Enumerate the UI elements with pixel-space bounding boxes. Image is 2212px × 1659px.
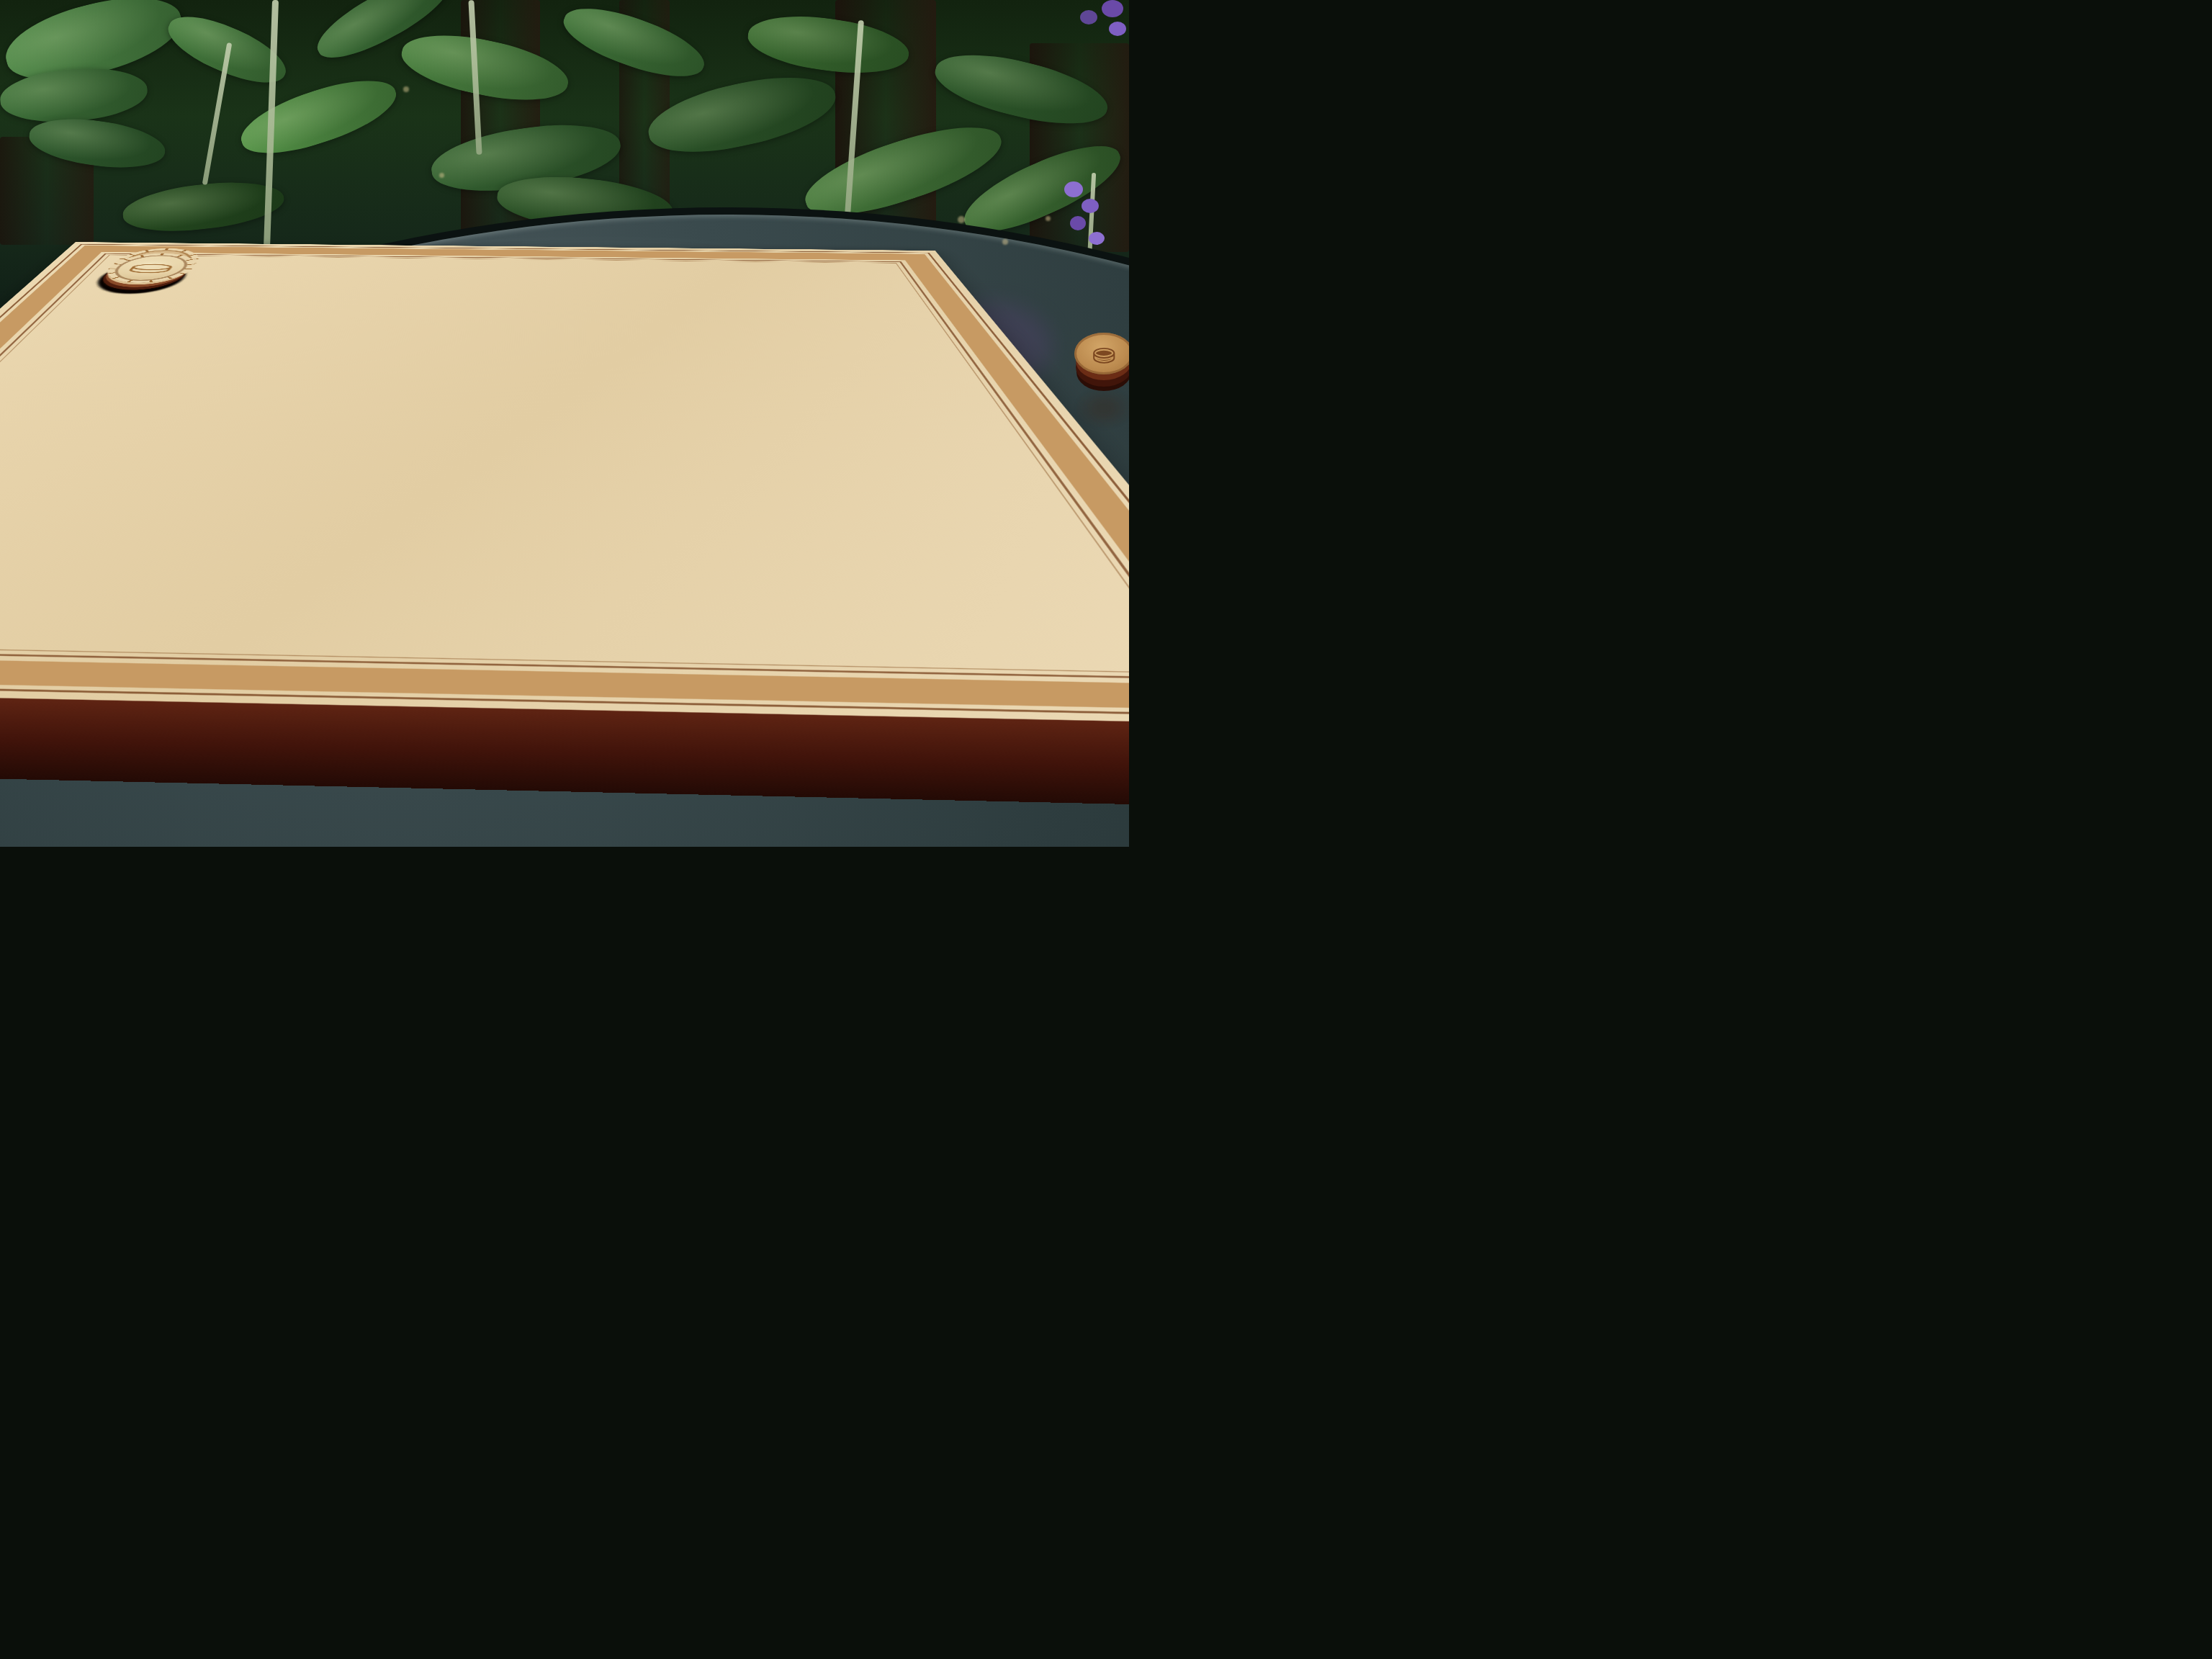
garden-checkers-photo: ⛂⛂⛂⛂⛂⛂⛂⛂⛂⛂⛁⛂⛀⛀⛀⛀⛀ ⛂ xyxy=(0,0,1129,847)
piece-glyph: ⛀ xyxy=(121,259,180,276)
light-man[interactable]: ⛀ xyxy=(95,253,204,283)
checkers-board: ⛂⛂⛂⛂⛂⛂⛂⛂⛂⛂⛁⛂⛀⛀⛀⛀⛀ xyxy=(0,242,1129,727)
captured-dark-piece[interactable]: ⛂ xyxy=(1074,333,1129,374)
board-perspective-stage: ⛂⛂⛂⛂⛂⛂⛂⛂⛂⛂⛁⛂⛀⛀⛀⛀⛀ xyxy=(0,0,1129,847)
dark-man-glyph: ⛂ xyxy=(1092,339,1116,368)
captured-piece-reflection xyxy=(1076,389,1129,428)
